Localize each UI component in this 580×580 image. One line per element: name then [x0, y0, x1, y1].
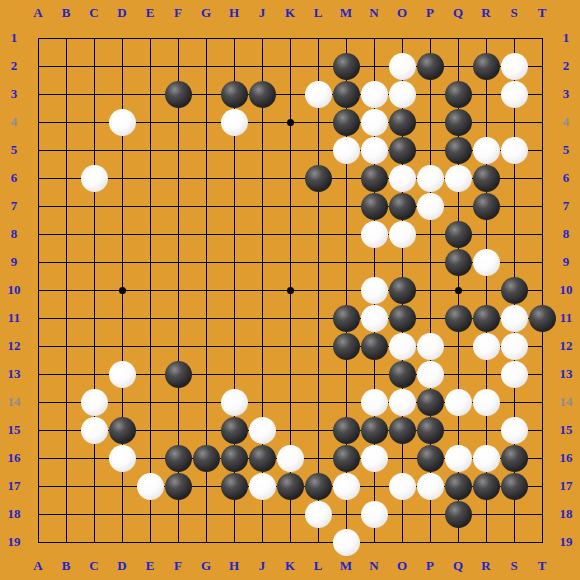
coordinate-label: 4	[0, 114, 28, 130]
black-stone	[333, 53, 360, 80]
coordinate-label: O	[388, 558, 416, 574]
black-stone	[445, 473, 472, 500]
coordinate-label: H	[220, 5, 248, 21]
white-stone	[333, 529, 360, 556]
white-stone	[81, 389, 108, 416]
white-stone	[361, 221, 388, 248]
white-stone	[361, 81, 388, 108]
coordinate-label: C	[80, 5, 108, 21]
white-stone	[445, 389, 472, 416]
star-point	[119, 287, 126, 294]
white-stone	[473, 389, 500, 416]
coordinate-label: F	[164, 558, 192, 574]
white-stone	[361, 137, 388, 164]
white-stone	[333, 473, 360, 500]
black-stone	[473, 53, 500, 80]
coordinate-label: 10	[0, 282, 28, 298]
white-stone	[109, 109, 136, 136]
coordinate-label: 14	[552, 394, 580, 410]
black-stone	[445, 501, 472, 528]
coordinate-label: 1	[0, 30, 28, 46]
coordinate-label: D	[108, 558, 136, 574]
coordinate-label: 17	[552, 478, 580, 494]
coordinate-label: S	[500, 558, 528, 574]
coordinate-label: 3	[552, 86, 580, 102]
coordinate-label: R	[472, 5, 500, 21]
black-stone	[165, 445, 192, 472]
coordinate-label: L	[304, 558, 332, 574]
coordinate-label: 5	[552, 142, 580, 158]
black-stone	[221, 417, 248, 444]
coordinate-label: R	[472, 558, 500, 574]
black-stone	[165, 81, 192, 108]
black-stone	[361, 417, 388, 444]
coordinate-label: 15	[552, 422, 580, 438]
black-stone	[445, 137, 472, 164]
white-stone	[109, 445, 136, 472]
white-stone	[137, 473, 164, 500]
coordinate-label: 6	[552, 170, 580, 186]
black-stone	[389, 417, 416, 444]
black-stone	[473, 193, 500, 220]
black-stone	[221, 473, 248, 500]
coordinate-label: A	[24, 5, 52, 21]
black-stone	[249, 445, 276, 472]
coordinate-label: J	[248, 558, 276, 574]
coordinate-label: Q	[444, 558, 472, 574]
coordinate-label: 9	[552, 254, 580, 270]
black-stone	[193, 445, 220, 472]
coordinate-label: A	[24, 558, 52, 574]
white-stone	[361, 445, 388, 472]
white-stone	[417, 193, 444, 220]
black-stone	[417, 417, 444, 444]
black-stone	[389, 137, 416, 164]
coordinate-label: Q	[444, 5, 472, 21]
black-stone	[333, 445, 360, 472]
coordinate-label: F	[164, 5, 192, 21]
black-stone	[529, 305, 556, 332]
coordinate-label: G	[192, 558, 220, 574]
white-stone	[501, 137, 528, 164]
coordinate-label: 8	[0, 226, 28, 242]
black-stone	[501, 473, 528, 500]
coordinate-label: H	[220, 558, 248, 574]
white-stone	[361, 305, 388, 332]
white-stone	[389, 165, 416, 192]
coordinate-label: 5	[0, 142, 28, 158]
star-point	[287, 287, 294, 294]
black-stone	[501, 445, 528, 472]
white-stone	[389, 389, 416, 416]
white-stone	[361, 109, 388, 136]
coordinate-label: E	[136, 5, 164, 21]
white-stone	[501, 81, 528, 108]
black-stone	[445, 249, 472, 276]
coordinate-label: 11	[0, 310, 28, 326]
coordinate-label: M	[332, 5, 360, 21]
white-stone	[417, 165, 444, 192]
coordinate-label: C	[80, 558, 108, 574]
white-stone	[361, 389, 388, 416]
white-stone	[473, 249, 500, 276]
black-stone	[473, 165, 500, 192]
black-stone	[361, 193, 388, 220]
black-stone	[277, 473, 304, 500]
go-board[interactable]: ABCDEFGHJKLMNOPQRST ABCDEFGHJKLMNOPQRST …	[0, 0, 580, 580]
star-point	[455, 287, 462, 294]
coordinate-label: 9	[0, 254, 28, 270]
coordinate-label: 4	[552, 114, 580, 130]
black-stone	[445, 221, 472, 248]
coordinate-label: N	[360, 5, 388, 21]
coordinate-label: 16	[0, 450, 28, 466]
coordinate-label: 14	[0, 394, 28, 410]
coordinate-label: T	[528, 5, 556, 21]
black-stone	[473, 473, 500, 500]
black-stone	[333, 417, 360, 444]
coordinate-label: T	[528, 558, 556, 574]
coordinate-label: 11	[552, 310, 580, 326]
white-stone	[501, 305, 528, 332]
coordinate-label: 1	[552, 30, 580, 46]
black-stone	[305, 473, 332, 500]
black-stone	[389, 109, 416, 136]
coordinate-label: B	[52, 5, 80, 21]
white-stone	[81, 165, 108, 192]
black-stone	[221, 81, 248, 108]
coordinate-label: 12	[552, 338, 580, 354]
white-stone	[473, 137, 500, 164]
coordinate-label: K	[276, 558, 304, 574]
coordinate-label: S	[500, 5, 528, 21]
star-point	[287, 119, 294, 126]
coordinate-label: J	[248, 5, 276, 21]
black-stone	[389, 193, 416, 220]
coordinate-label: 15	[0, 422, 28, 438]
white-stone	[417, 473, 444, 500]
coordinate-label: 10	[552, 282, 580, 298]
white-stone	[473, 445, 500, 472]
coordinate-label: 13	[552, 366, 580, 382]
black-stone	[445, 305, 472, 332]
coordinate-label: 8	[552, 226, 580, 242]
coordinate-label: 2	[552, 58, 580, 74]
white-stone	[389, 81, 416, 108]
white-stone	[305, 81, 332, 108]
white-stone	[501, 333, 528, 360]
black-stone	[445, 81, 472, 108]
coordinate-label: 7	[552, 198, 580, 214]
white-stone	[473, 333, 500, 360]
white-stone	[333, 137, 360, 164]
black-stone	[389, 361, 416, 388]
black-stone	[333, 109, 360, 136]
coordinate-label: 18	[552, 506, 580, 522]
black-stone	[333, 305, 360, 332]
white-stone	[81, 417, 108, 444]
black-stone	[165, 361, 192, 388]
black-stone	[417, 53, 444, 80]
coordinate-label: O	[388, 5, 416, 21]
white-stone	[277, 445, 304, 472]
black-stone	[333, 333, 360, 360]
black-stone	[361, 165, 388, 192]
white-stone	[249, 417, 276, 444]
white-stone	[221, 109, 248, 136]
white-stone	[305, 501, 332, 528]
white-stone	[389, 333, 416, 360]
black-stone	[445, 109, 472, 136]
black-stone	[473, 305, 500, 332]
white-stone	[417, 361, 444, 388]
white-stone	[389, 221, 416, 248]
coordinate-label: 16	[552, 450, 580, 466]
white-stone	[221, 389, 248, 416]
coordinate-label: 19	[552, 534, 580, 550]
coordinate-label: 2	[0, 58, 28, 74]
white-stone	[445, 445, 472, 472]
coordinate-label: 18	[0, 506, 28, 522]
coordinate-label: 3	[0, 86, 28, 102]
coordinate-label: 6	[0, 170, 28, 186]
coordinate-label: N	[360, 558, 388, 574]
black-stone	[165, 473, 192, 500]
black-stone	[333, 81, 360, 108]
black-stone	[221, 445, 248, 472]
white-stone	[389, 473, 416, 500]
black-stone	[249, 81, 276, 108]
coordinate-label: 19	[0, 534, 28, 550]
white-stone	[389, 53, 416, 80]
coordinate-label: K	[276, 5, 304, 21]
black-stone	[417, 445, 444, 472]
white-stone	[109, 361, 136, 388]
white-stone	[361, 277, 388, 304]
black-stone	[305, 165, 332, 192]
black-stone	[501, 277, 528, 304]
black-stone	[417, 389, 444, 416]
coordinate-label: 13	[0, 366, 28, 382]
black-stone	[389, 277, 416, 304]
coordinate-label: D	[108, 5, 136, 21]
coordinate-label: P	[416, 558, 444, 574]
coordinate-label: 7	[0, 198, 28, 214]
coordinate-label: L	[304, 5, 332, 21]
black-stone	[389, 305, 416, 332]
coordinate-label: M	[332, 558, 360, 574]
coordinate-label: P	[416, 5, 444, 21]
white-stone	[501, 53, 528, 80]
white-stone	[417, 333, 444, 360]
white-stone	[501, 361, 528, 388]
coordinate-label: 12	[0, 338, 28, 354]
white-stone	[445, 165, 472, 192]
coordinate-label: 17	[0, 478, 28, 494]
black-stone	[361, 333, 388, 360]
coordinate-label: B	[52, 558, 80, 574]
white-stone	[249, 473, 276, 500]
black-stone	[109, 417, 136, 444]
white-stone	[501, 417, 528, 444]
coordinate-label: E	[136, 558, 164, 574]
coordinate-label: G	[192, 5, 220, 21]
white-stone	[361, 501, 388, 528]
